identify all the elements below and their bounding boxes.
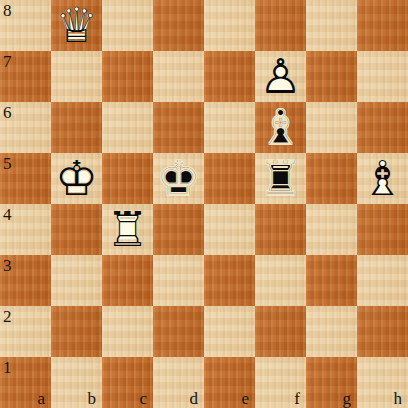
- white-king-piece[interactable]: ♚♔: [51, 153, 102, 204]
- square-c5[interactable]: [102, 153, 153, 204]
- white-pawn-outline: ♙: [255, 51, 306, 102]
- square-h8[interactable]: [357, 0, 408, 51]
- square-c6[interactable]: [102, 102, 153, 153]
- black-rook-piece[interactable]: ♜♖: [255, 153, 306, 204]
- rank-label-8: 8: [3, 2, 12, 19]
- rank-label-1: 1: [3, 359, 12, 376]
- white-king-outline: ♔: [51, 153, 102, 204]
- square-e4[interactable]: [204, 204, 255, 255]
- square-a2[interactable]: 2: [0, 306, 51, 357]
- square-c1[interactable]: c: [102, 357, 153, 408]
- square-g3[interactable]: [306, 255, 357, 306]
- file-label-c: c: [139, 390, 147, 407]
- square-a5[interactable]: 5: [0, 153, 51, 204]
- square-b1[interactable]: b: [51, 357, 102, 408]
- square-d8[interactable]: [153, 0, 204, 51]
- square-a8[interactable]: 8: [0, 0, 51, 51]
- square-d5[interactable]: ♚♔: [153, 153, 204, 204]
- black-rook-outline: ♖: [255, 153, 306, 204]
- file-label-e: e: [241, 390, 249, 407]
- square-f1[interactable]: f: [255, 357, 306, 408]
- square-f7[interactable]: ♟♙: [255, 51, 306, 102]
- square-c2[interactable]: [102, 306, 153, 357]
- square-e2[interactable]: [204, 306, 255, 357]
- square-d3[interactable]: [153, 255, 204, 306]
- square-d7[interactable]: [153, 51, 204, 102]
- square-d4[interactable]: [153, 204, 204, 255]
- rank-label-2: 2: [3, 308, 12, 325]
- square-h6[interactable]: [357, 102, 408, 153]
- square-a3[interactable]: 3: [0, 255, 51, 306]
- square-a4[interactable]: 4: [0, 204, 51, 255]
- square-f5[interactable]: ♜♖: [255, 153, 306, 204]
- black-king-piece[interactable]: ♚♔: [153, 153, 204, 204]
- square-b3[interactable]: [51, 255, 102, 306]
- black-bishop-glyph: ♝: [255, 102, 306, 153]
- square-b8[interactable]: ♛♕: [51, 0, 102, 51]
- file-label-a: a: [37, 390, 45, 407]
- file-label-f: f: [294, 390, 300, 407]
- white-queen-outline: ♕: [51, 0, 102, 51]
- square-e8[interactable]: [204, 0, 255, 51]
- square-f3[interactable]: [255, 255, 306, 306]
- square-g7[interactable]: [306, 51, 357, 102]
- rank-label-5: 5: [3, 155, 12, 172]
- square-h5[interactable]: ♝♗: [357, 153, 408, 204]
- square-c4[interactable]: ♜♖: [102, 204, 153, 255]
- square-c7[interactable]: [102, 51, 153, 102]
- square-a6[interactable]: 6: [0, 102, 51, 153]
- square-h4[interactable]: [357, 204, 408, 255]
- white-rook-piece[interactable]: ♜♖: [102, 204, 153, 255]
- white-queen-glyph: ♛: [51, 0, 102, 51]
- square-h7[interactable]: [357, 51, 408, 102]
- square-c3[interactable]: [102, 255, 153, 306]
- square-a1[interactable]: 1a: [0, 357, 51, 408]
- black-king-outline: ♔: [153, 153, 204, 204]
- square-d6[interactable]: [153, 102, 204, 153]
- chess-board: 8♛♕7♟♙6♝♗5♚♔♚♔♜♖♝♗4♜♖321abcdefgh: [0, 0, 408, 408]
- white-king-glyph: ♚: [51, 153, 102, 204]
- square-b6[interactable]: [51, 102, 102, 153]
- black-bishop-piece[interactable]: ♝♗: [255, 102, 306, 153]
- square-b5[interactable]: ♚♔: [51, 153, 102, 204]
- file-label-h: h: [394, 390, 403, 407]
- square-h2[interactable]: [357, 306, 408, 357]
- square-a7[interactable]: 7: [0, 51, 51, 102]
- square-g4[interactable]: [306, 204, 357, 255]
- white-pawn-glyph: ♟: [255, 51, 306, 102]
- black-king-glyph: ♚: [153, 153, 204, 204]
- white-bishop-glyph: ♝: [357, 153, 408, 204]
- square-e3[interactable]: [204, 255, 255, 306]
- file-label-g: g: [343, 390, 352, 407]
- square-e7[interactable]: [204, 51, 255, 102]
- square-b7[interactable]: [51, 51, 102, 102]
- square-b2[interactable]: [51, 306, 102, 357]
- square-e1[interactable]: e: [204, 357, 255, 408]
- white-queen-piece[interactable]: ♛♕: [51, 0, 102, 51]
- rank-label-6: 6: [3, 104, 12, 121]
- rank-label-4: 4: [3, 206, 12, 223]
- square-d1[interactable]: d: [153, 357, 204, 408]
- square-e6[interactable]: [204, 102, 255, 153]
- square-g5[interactable]: [306, 153, 357, 204]
- file-label-b: b: [88, 390, 97, 407]
- square-b4[interactable]: [51, 204, 102, 255]
- white-bishop-piece[interactable]: ♝♗: [357, 153, 408, 204]
- square-g6[interactable]: [306, 102, 357, 153]
- square-g2[interactable]: [306, 306, 357, 357]
- square-d2[interactable]: [153, 306, 204, 357]
- square-e5[interactable]: [204, 153, 255, 204]
- square-g1[interactable]: g: [306, 357, 357, 408]
- file-label-d: d: [190, 390, 199, 407]
- square-f4[interactable]: [255, 204, 306, 255]
- rank-label-7: 7: [3, 53, 12, 70]
- rank-label-3: 3: [3, 257, 12, 274]
- square-c8[interactable]: [102, 0, 153, 51]
- black-bishop-outline: ♗: [255, 102, 306, 153]
- square-g8[interactable]: [306, 0, 357, 51]
- white-bishop-outline: ♗: [357, 153, 408, 204]
- white-rook-outline: ♖: [102, 204, 153, 255]
- white-pawn-piece[interactable]: ♟♙: [255, 51, 306, 102]
- square-f6[interactable]: ♝♗: [255, 102, 306, 153]
- square-f8[interactable]: [255, 0, 306, 51]
- black-rook-glyph: ♜: [255, 153, 306, 204]
- white-rook-glyph: ♜: [102, 204, 153, 255]
- square-h3[interactable]: [357, 255, 408, 306]
- square-h1[interactable]: h: [357, 357, 408, 408]
- square-f2[interactable]: [255, 306, 306, 357]
